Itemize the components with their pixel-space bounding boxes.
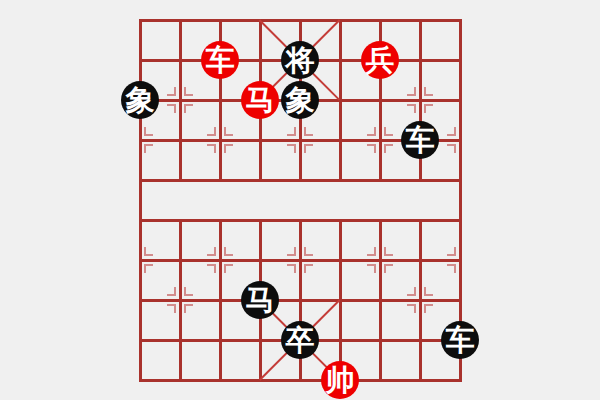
piece-black-chariot[interactable]: 车 bbox=[441, 321, 479, 359]
xiangqi-board: 车将兵象马象车马卒车帅 bbox=[140, 20, 460, 380]
piece-black-elephant[interactable]: 象 bbox=[281, 81, 319, 119]
piece-black-horse[interactable]: 马 bbox=[241, 281, 279, 319]
piece-black-soldier[interactable]: 卒 bbox=[281, 321, 319, 359]
piece-black-chariot[interactable]: 车 bbox=[401, 121, 439, 159]
app-background: 车将兵象马象车马卒车帅 bbox=[0, 0, 600, 400]
piece-red-horse[interactable]: 马 bbox=[241, 81, 279, 119]
pieces-layer: 车将兵象马象车马卒车帅 bbox=[120, 0, 480, 400]
piece-red-chariot[interactable]: 车 bbox=[201, 41, 239, 79]
piece-red-soldier[interactable]: 兵 bbox=[361, 41, 399, 79]
piece-black-general[interactable]: 将 bbox=[281, 41, 319, 79]
piece-red-general[interactable]: 帅 bbox=[321, 361, 359, 399]
piece-black-elephant[interactable]: 象 bbox=[121, 81, 159, 119]
